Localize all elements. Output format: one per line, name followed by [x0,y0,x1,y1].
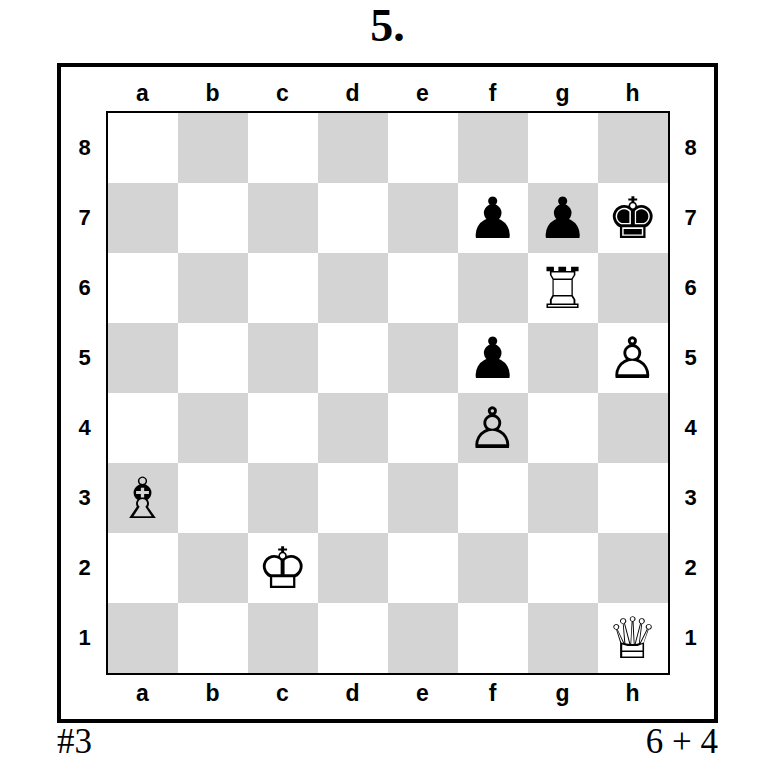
file-label-g: g [528,75,598,111]
file-label-a: a [108,675,178,711]
white-bishop-a3: ♗ [117,463,168,533]
square-d5 [318,323,388,393]
square-h2 [598,533,668,603]
stipulation: #3 [57,722,92,762]
square-b1 [178,603,248,673]
rank-label-6: 6 [64,253,106,323]
rank-label-7: 7 [64,183,106,253]
material-count: 6 + 4 [646,722,718,762]
square-b6 [178,253,248,323]
file-label-b: b [178,75,248,111]
square-e2 [388,533,458,603]
file-labels-bottom: abcdefgh [108,675,668,711]
square-f2 [458,533,528,603]
file-label-a: a [108,75,178,111]
square-c5 [248,323,318,393]
file-label-h: h [598,675,668,711]
square-c8 [248,113,318,183]
square-h6 [598,253,668,323]
square-c6 [248,253,318,323]
square-b5 [178,323,248,393]
file-labels-top: abcdefgh [108,75,668,111]
square-e6 [388,253,458,323]
file-label-f: f [458,675,528,711]
square-f5: ♟ [458,323,528,393]
rank-label-5: 5 [64,323,106,393]
white-pawn-f4: ♙ [467,393,518,463]
file-label-g: g [528,675,598,711]
rank-label-8: 8 [670,113,712,183]
square-d8 [318,113,388,183]
rank-labels-right: 87654321 [670,113,712,673]
file-label-d: d [318,675,388,711]
rank-label-2: 2 [670,533,712,603]
square-d2 [318,533,388,603]
square-c3 [248,463,318,533]
square-b4 [178,393,248,463]
black-king-h7: ♚ [607,183,658,253]
square-g2 [528,533,598,603]
rank-label-3: 3 [64,463,106,533]
file-label-f: f [458,75,528,111]
file-label-c: c [248,675,318,711]
file-label-e: e [388,675,458,711]
square-b7 [178,183,248,253]
square-c7 [248,183,318,253]
white-pawn-h5: ♙ [607,323,658,393]
rank-label-6: 6 [670,253,712,323]
square-g3 [528,463,598,533]
board-middle: 87654321 ♟♟♚♖♟♙♙♗♔♕ 87654321 [64,111,712,675]
square-g6: ♖ [528,253,598,323]
puzzle-number: 5. [57,0,718,56]
square-h3 [598,463,668,533]
square-f6 [458,253,528,323]
square-e3 [388,463,458,533]
square-d4 [318,393,388,463]
square-h7: ♚ [598,183,668,253]
rank-label-4: 4 [670,393,712,463]
white-queen-h1: ♕ [607,603,658,673]
square-e1 [388,603,458,673]
rank-label-4: 4 [64,393,106,463]
square-g5 [528,323,598,393]
black-pawn-g7: ♟ [537,183,588,253]
square-f7: ♟ [458,183,528,253]
file-label-h: h [598,75,668,111]
rank-label-3: 3 [670,463,712,533]
square-h8 [598,113,668,183]
square-a1 [108,603,178,673]
square-g1 [528,603,598,673]
square-a2 [108,533,178,603]
square-b3 [178,463,248,533]
white-king-c2: ♔ [257,533,308,603]
square-f1 [458,603,528,673]
file-label-d: d [318,75,388,111]
square-a7 [108,183,178,253]
square-e5 [388,323,458,393]
file-label-c: c [248,75,318,111]
chess-puzzle-page: 5. abcdefgh 87654321 ♟♟♚♖♟♙♙♗♔♕ 87654321… [0,0,780,780]
file-label-e: e [388,75,458,111]
square-a8 [108,113,178,183]
square-c4 [248,393,318,463]
square-g7: ♟ [528,183,598,253]
square-a3: ♗ [108,463,178,533]
square-f4: ♙ [458,393,528,463]
square-f3 [458,463,528,533]
square-d7 [318,183,388,253]
square-b8 [178,113,248,183]
white-rook-g6: ♖ [537,253,588,323]
rank-labels-left: 87654321 [64,113,106,673]
rank-label-7: 7 [670,183,712,253]
square-a4 [108,393,178,463]
square-d1 [318,603,388,673]
square-h5: ♙ [598,323,668,393]
square-f8 [458,113,528,183]
black-pawn-f5: ♟ [467,323,518,393]
square-e7 [388,183,458,253]
square-c1 [248,603,318,673]
square-c2: ♔ [248,533,318,603]
rank-label-1: 1 [64,603,106,673]
square-d6 [318,253,388,323]
square-h1: ♕ [598,603,668,673]
rank-label-2: 2 [64,533,106,603]
file-label-b: b [178,675,248,711]
square-e4 [388,393,458,463]
square-b2 [178,533,248,603]
board-frame: abcdefgh 87654321 ♟♟♚♖♟♙♙♗♔♕ 87654321 ab… [57,63,718,723]
square-a5 [108,323,178,393]
square-g4 [528,393,598,463]
rank-label-8: 8 [64,113,106,183]
rank-label-1: 1 [670,603,712,673]
chess-board: ♟♟♚♖♟♙♙♗♔♕ [106,111,670,675]
black-pawn-f7: ♟ [467,183,518,253]
caption-row: #3 6 + 4 [57,722,718,762]
square-g8 [528,113,598,183]
rank-label-5: 5 [670,323,712,393]
square-a6 [108,253,178,323]
square-e8 [388,113,458,183]
square-h4 [598,393,668,463]
square-d3 [318,463,388,533]
